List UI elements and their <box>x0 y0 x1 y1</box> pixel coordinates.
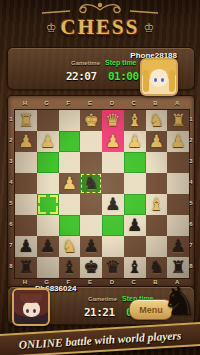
square-g4[interactable] <box>37 173 59 194</box>
white-piece-g2: ♟ <box>40 133 55 150</box>
player-panel: Ph6836024 Gametime Step time 21:21 00:53… <box>7 286 195 325</box>
chess-board: ♜♚♛♝♞♜♟♟♟♟♟♟♟♞♟♝♟♟♟♞♟♟♜♝♚♛♝♞♜ HHGGFFEEDD… <box>7 95 195 289</box>
rank-label: 8 <box>8 263 14 269</box>
board-squares: ♜♚♛♝♞♜♟♟♟♟♟♟♟♞♟♝♟♟♟♞♟♟♜♝♚♛♝♞♜ <box>14 109 190 279</box>
square-c4[interactable] <box>124 173 146 194</box>
opponent-panel: Gametime Step time 22:07 01:00 Phone2818… <box>7 47 195 90</box>
square-g5[interactable] <box>37 194 59 215</box>
file-label: C <box>123 279 145 285</box>
target-corner-mark <box>38 206 46 214</box>
square-d4[interactable] <box>102 173 124 194</box>
square-f6[interactable] <box>59 215 81 236</box>
opponent-steptime-label: Step time <box>105 59 137 66</box>
rank-label: 8 <box>188 263 194 269</box>
white-piece-b1: ♞ <box>149 112 164 129</box>
file-label: B <box>145 100 167 106</box>
banner-text: ONLINE battle with world players <box>18 329 181 351</box>
square-h2[interactable]: ♟ <box>15 131 37 152</box>
rank-label: 6 <box>8 221 14 227</box>
square-b4[interactable] <box>146 173 168 194</box>
target-corner-mark <box>50 195 58 203</box>
file-label: G <box>36 100 58 106</box>
rank-label: 7 <box>8 242 14 248</box>
square-h5[interactable] <box>15 194 37 215</box>
square-g6[interactable] <box>37 215 59 236</box>
square-h8[interactable]: ♜ <box>15 257 37 278</box>
square-f8[interactable]: ♝ <box>59 257 81 278</box>
file-label: H <box>14 279 36 285</box>
square-c6[interactable]: ♟ <box>124 215 146 236</box>
square-f3[interactable] <box>59 152 81 173</box>
square-f1[interactable] <box>59 110 81 131</box>
online-banner: ONLINE battle with world players <box>0 322 200 355</box>
square-a7[interactable]: ♟ <box>167 236 189 257</box>
white-piece-d2: ♟ <box>105 133 120 150</box>
player-gametime: 21:21 <box>84 306 115 319</box>
rank-label: 3 <box>8 158 14 164</box>
square-f7[interactable]: ♞ <box>59 236 81 257</box>
square-b7[interactable] <box>146 236 168 257</box>
square-d5[interactable]: ♟ <box>102 194 124 215</box>
square-h1[interactable]: ♜ <box>15 110 37 131</box>
square-c8[interactable]: ♝ <box>124 257 146 278</box>
square-b5[interactable]: ♝ <box>146 194 168 215</box>
square-e1[interactable]: ♚ <box>80 110 102 131</box>
square-e6[interactable] <box>80 215 102 236</box>
square-f2[interactable] <box>59 131 81 152</box>
rank-label: 7 <box>188 242 194 248</box>
square-g8[interactable] <box>37 257 59 278</box>
avatar-face <box>150 69 168 87</box>
square-e2[interactable] <box>80 131 102 152</box>
black-piece-e7: ♟ <box>84 238 99 255</box>
knight-logo-icon: ♞ <box>161 281 197 321</box>
square-c1[interactable]: ♝ <box>124 110 146 131</box>
rank-label: 6 <box>188 221 194 227</box>
player-avatar[interactable] <box>12 288 50 326</box>
file-label: F <box>58 100 80 106</box>
rank-label: 3 <box>188 158 194 164</box>
square-e5[interactable] <box>80 194 102 215</box>
square-h7[interactable]: ♟ <box>15 236 37 257</box>
black-piece-d5: ♟ <box>105 196 120 213</box>
square-b2[interactable]: ♟ <box>146 131 168 152</box>
square-g2[interactable]: ♟ <box>37 131 59 152</box>
square-a3[interactable] <box>167 152 189 173</box>
square-e8[interactable]: ♚ <box>80 257 102 278</box>
file-label: D <box>101 100 123 106</box>
player-gametime-label: Gametime <box>88 296 117 302</box>
page-title: CHESS <box>61 15 140 40</box>
black-piece-g7: ♟ <box>40 238 55 255</box>
square-h6[interactable] <box>15 215 37 236</box>
square-h4[interactable] <box>15 173 37 194</box>
chess-app: ♔ CHESS ♔ Gametime Step time 22:07 01:00… <box>0 0 200 355</box>
black-piece-a7: ♟ <box>171 238 186 255</box>
file-label: D <box>101 279 123 285</box>
white-piece-d1: ♛ <box>105 112 120 129</box>
white-piece-c1: ♝ <box>127 112 142 129</box>
white-piece-h1: ♜ <box>18 112 33 129</box>
white-piece-a2: ♟ <box>171 133 186 150</box>
square-g7[interactable]: ♟ <box>37 236 59 257</box>
square-d3[interactable] <box>102 152 124 173</box>
square-a2[interactable]: ♟ <box>167 131 189 152</box>
black-piece-c8: ♝ <box>127 259 142 276</box>
square-d1[interactable]: ♛ <box>102 110 124 131</box>
rank-label: 1 <box>188 116 194 122</box>
square-a4[interactable] <box>167 173 189 194</box>
white-piece-c2: ♟ <box>127 133 142 150</box>
square-g3[interactable] <box>37 152 59 173</box>
rank-label: 2 <box>8 137 14 143</box>
square-c2[interactable]: ♟ <box>124 131 146 152</box>
square-e4[interactable]: ♞ <box>80 173 102 194</box>
black-piece-h7: ♟ <box>18 238 33 255</box>
rank-label: 4 <box>8 179 14 185</box>
square-f5[interactable] <box>59 194 81 215</box>
square-c3[interactable] <box>124 152 146 173</box>
square-c5[interactable] <box>124 194 146 215</box>
square-f4[interactable]: ♟ <box>59 173 81 194</box>
square-d6[interactable] <box>102 215 124 236</box>
black-piece-c6: ♟ <box>127 217 142 234</box>
square-e3[interactable] <box>80 152 102 173</box>
white-piece-f7: ♞ <box>62 238 77 255</box>
square-a1[interactable]: ♜ <box>167 110 189 131</box>
black-piece-a8: ♜ <box>171 259 186 276</box>
file-label: E <box>79 100 101 106</box>
square-b1[interactable]: ♞ <box>146 110 168 131</box>
black-piece-h8: ♜ <box>18 259 33 276</box>
black-piece-d8: ♛ <box>105 259 120 276</box>
square-e7[interactable]: ♟ <box>80 236 102 257</box>
file-label: A <box>166 100 188 106</box>
black-piece-e8: ♚ <box>84 259 99 276</box>
square-d7[interactable] <box>102 236 124 257</box>
square-g1[interactable] <box>37 110 59 131</box>
right-crown-icon: ♔ <box>143 21 154 35</box>
header: ♔ CHESS ♔ <box>0 2 200 40</box>
opponent-gametime-label: Gametime <box>71 60 100 66</box>
rank-label: 5 <box>188 200 194 206</box>
square-h3[interactable] <box>15 152 37 173</box>
opponent-avatar[interactable] <box>140 58 178 96</box>
square-b8[interactable]: ♞ <box>146 257 168 278</box>
white-piece-h2: ♟ <box>18 133 33 150</box>
left-crown-icon: ♔ <box>46 21 57 35</box>
square-b3[interactable] <box>146 152 168 173</box>
target-corner-mark <box>38 195 46 203</box>
target-corner-mark <box>50 206 58 214</box>
opponent-gametime: 22:07 <box>66 70 97 83</box>
square-a5[interactable] <box>167 194 189 215</box>
square-d8[interactable]: ♛ <box>102 257 124 278</box>
rank-label: 2 <box>188 137 194 143</box>
rank-label: 4 <box>188 179 194 185</box>
square-b6[interactable] <box>146 215 168 236</box>
black-piece-b8: ♞ <box>149 259 164 276</box>
white-piece-e1: ♚ <box>84 112 99 129</box>
black-piece-e4: ♞ <box>84 175 99 192</box>
file-label: H <box>14 100 36 106</box>
white-piece-a1: ♜ <box>171 112 186 129</box>
file-label: E <box>79 279 101 285</box>
square-a6[interactable] <box>167 215 189 236</box>
square-a8[interactable]: ♜ <box>167 257 189 278</box>
white-piece-b5: ♝ <box>149 196 164 213</box>
opponent-steptime: 01:00 <box>108 70 139 83</box>
black-piece-f8: ♝ <box>62 259 77 276</box>
white-piece-f4: ♟ <box>62 175 77 192</box>
rank-label: 1 <box>8 116 14 122</box>
square-c7[interactable] <box>124 236 146 257</box>
square-d2[interactable]: ♟ <box>102 131 124 152</box>
rank-label: 5 <box>8 200 14 206</box>
file-label: C <box>123 100 145 106</box>
white-piece-b2: ♟ <box>149 133 164 150</box>
